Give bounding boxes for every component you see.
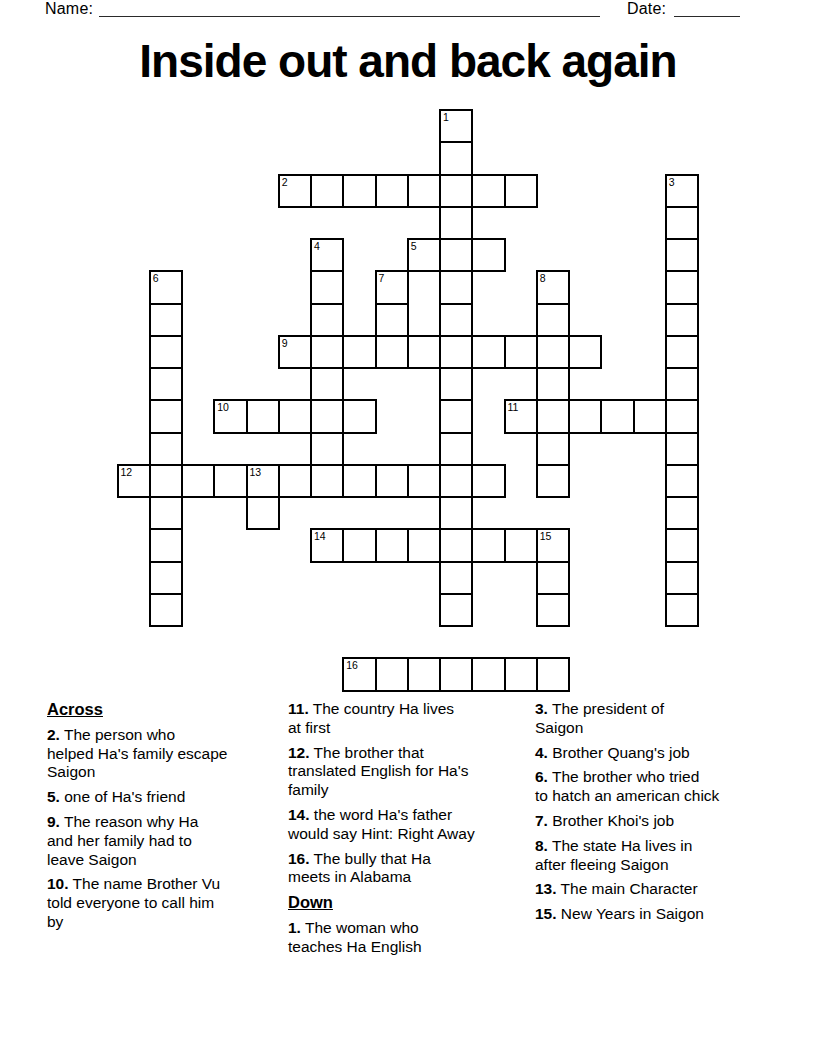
grid-cell-r17c9[interactable]	[407, 657, 441, 691]
grid-cell-r11c7[interactable]	[342, 464, 376, 498]
grid-cell-r13c9[interactable]	[407, 528, 441, 562]
clue-number-label: 10	[217, 401, 229, 413]
grid-cell-r3c17[interactable]	[665, 206, 699, 240]
crossword-grid: 12345678910111213141516	[117, 109, 699, 691]
clue-3: 3. The president ofSaigon	[535, 700, 783, 738]
grid-cell-r13c6[interactable]: 14	[310, 528, 344, 562]
grid-cell-r7c10[interactable]	[439, 335, 473, 369]
clue-number-label: 3	[669, 176, 675, 188]
clue-number: 9.	[47, 813, 60, 830]
clue-15: 15. New Years in Saigon	[535, 905, 783, 924]
grid-cell-r15c17[interactable]	[665, 593, 699, 627]
clue-number-label: 7	[379, 272, 385, 284]
clue-number: 3.	[535, 700, 548, 717]
grid-cell-r4c9[interactable]: 5	[407, 238, 441, 272]
grid-cell-r8c1[interactable]	[149, 367, 183, 401]
grid-cell-r8c10[interactable]	[439, 367, 473, 401]
grid-cell-r13c12[interactable]	[504, 528, 538, 562]
grid-cell-r15c10[interactable]	[439, 593, 473, 627]
grid-cell-r17c13[interactable]	[536, 657, 570, 691]
grid-cell-r10c1[interactable]	[149, 432, 183, 466]
grid-cell-r6c13[interactable]	[536, 303, 570, 337]
grid-cell-r2c11[interactable]	[471, 174, 505, 208]
clue-number: 4.	[535, 744, 548, 761]
clue-number: 10.	[47, 875, 69, 892]
grid-cell-r11c11[interactable]	[471, 464, 505, 498]
clue-number: 11.	[288, 700, 309, 717]
clue-number: 14.	[288, 806, 310, 823]
clue-number: 12.	[288, 744, 310, 761]
grid-cell-r7c11[interactable]	[471, 335, 505, 369]
clue-number-label: 9	[282, 337, 288, 349]
grid-cell-r13c17[interactable]	[665, 528, 699, 562]
clue-number: 5.	[47, 788, 60, 805]
grid-cell-r6c6[interactable]	[310, 303, 344, 337]
grid-cell-r12c10[interactable]	[439, 496, 473, 530]
clue-10: 10. The name Brother Vutold everyone to …	[47, 875, 289, 931]
clue-column-3: 3. The president ofSaigon4. Brother Quan…	[535, 700, 783, 930]
clue-14: 14. the word Ha's fatherwould say Hint: …	[288, 806, 531, 844]
grid-cell-r17c10[interactable]	[439, 657, 473, 691]
grid-cell-r15c13[interactable]	[536, 593, 570, 627]
grid-cell-r10c6[interactable]	[310, 432, 344, 466]
grid-cell-r17c11[interactable]	[471, 657, 505, 691]
grid-cell-r1c10[interactable]	[439, 141, 473, 175]
grid-cell-r4c6[interactable]: 4	[310, 238, 344, 272]
clue-number: 8.	[535, 837, 548, 854]
grid-cell-r6c17[interactable]	[665, 303, 699, 337]
grid-cell-r11c3[interactable]	[213, 464, 247, 498]
page-title: Inside out and back again	[0, 33, 816, 91]
grid-cell-r9c4[interactable]	[246, 399, 280, 433]
grid-cell-r4c17[interactable]	[665, 238, 699, 272]
grid-cell-r9c3[interactable]: 10	[213, 399, 247, 433]
clue-11: 11. The country Ha livesat first	[288, 700, 531, 738]
grid-cell-r8c17[interactable]	[665, 367, 699, 401]
grid-cell-r7c5[interactable]: 9	[278, 335, 312, 369]
grid-cell-r9c15[interactable]	[600, 399, 634, 433]
grid-cell-r11c5[interactable]	[278, 464, 312, 498]
clue-number: 15.	[535, 905, 557, 922]
grid-cell-r2c7[interactable]	[342, 174, 376, 208]
grid-cell-r11c17[interactable]	[665, 464, 699, 498]
grid-cell-r6c1[interactable]	[149, 303, 183, 337]
clue-number-label: 13	[250, 466, 262, 478]
clue-number-label: 15	[540, 530, 552, 542]
grid-cell-r11c0[interactable]: 12	[117, 464, 151, 498]
grid-cell-r13c1[interactable]	[149, 528, 183, 562]
grid-cell-r7c17[interactable]	[665, 335, 699, 369]
clue-column-1: Across2. The person whohelped Ha's famil…	[47, 700, 289, 938]
clue-number-label: 4	[314, 240, 320, 252]
clue-number: 1.	[288, 919, 301, 936]
grid-cell-r7c9[interactable]	[407, 335, 441, 369]
grid-cell-r7c6[interactable]	[310, 335, 344, 369]
grid-cell-r14c13[interactable]	[536, 561, 570, 595]
grid-cell-r11c1[interactable]	[149, 464, 183, 498]
grid-cell-r9c17[interactable]	[665, 399, 699, 433]
clue-number-label: 6	[153, 272, 159, 284]
grid-cell-r2c17[interactable]: 3	[665, 174, 699, 208]
clue-number-label: 2	[282, 176, 288, 188]
clue-column-2: 11. The country Ha livesat first12. The …	[288, 700, 531, 963]
clue-6: 6. The brother who triedto hatch an amer…	[535, 768, 783, 806]
grid-cell-r2c8[interactable]	[375, 174, 409, 208]
grid-cell-r0c10[interactable]: 1	[439, 109, 473, 143]
grid-cell-r9c7[interactable]	[342, 399, 376, 433]
grid-cell-r9c13[interactable]	[536, 399, 570, 433]
grid-cell-r5c1[interactable]: 6	[149, 270, 183, 304]
clue-16: 16. The bully that Hameets in Alabama	[288, 850, 531, 888]
clue-13: 13. The main Character	[535, 880, 783, 899]
clue-4: 4. Brother Quang's job	[535, 744, 783, 763]
grid-cell-r17c8[interactable]	[375, 657, 409, 691]
clue-number-label: 1	[443, 111, 449, 123]
clue-12: 12. The brother thattranslated English f…	[288, 744, 531, 800]
grid-cell-r4c11[interactable]	[471, 238, 505, 272]
clue-number: 16.	[288, 850, 310, 867]
grid-cell-r7c13[interactable]	[536, 335, 570, 369]
grid-cell-r9c6[interactable]	[310, 399, 344, 433]
grid-cell-r2c6[interactable]	[310, 174, 344, 208]
grid-cell-r7c12[interactable]	[504, 335, 538, 369]
grid-cell-r2c9[interactable]	[407, 174, 441, 208]
grid-cell-r5c10[interactable]	[439, 270, 473, 304]
clue-number: 2.	[47, 726, 60, 743]
grid-cell-r9c1[interactable]	[149, 399, 183, 433]
grid-cell-r3c10[interactable]	[439, 206, 473, 240]
grid-cell-r12c17[interactable]	[665, 496, 699, 530]
clue-1: 1. The woman whoteaches Ha English	[288, 919, 531, 957]
grid-cell-r8c13[interactable]	[536, 367, 570, 401]
grid-cell-r2c10[interactable]	[439, 174, 473, 208]
grid-cell-r14c1[interactable]	[149, 561, 183, 595]
grid-cell-r2c12[interactable]	[504, 174, 538, 208]
grid-cell-r12c4[interactable]	[246, 496, 280, 530]
grid-cell-r7c8[interactable]	[375, 335, 409, 369]
clue-number-label: 5	[411, 240, 417, 252]
clue-heading-down: Down	[288, 893, 531, 912]
grid-cell-r7c7[interactable]	[342, 335, 376, 369]
grid-cell-r13c11[interactable]	[471, 528, 505, 562]
grid-cell-r5c8[interactable]: 7	[375, 270, 409, 304]
clue-heading-across: Across	[47, 700, 289, 719]
grid-cell-r14c10[interactable]	[439, 561, 473, 595]
grid-cell-r13c13[interactable]: 15	[536, 528, 570, 562]
grid-cell-r7c14[interactable]	[568, 335, 602, 369]
grid-cell-r12c1[interactable]	[149, 496, 183, 530]
grid-cell-r17c12[interactable]	[504, 657, 538, 691]
grid-cell-r10c13[interactable]	[536, 432, 570, 466]
grid-cell-r5c13[interactable]: 8	[536, 270, 570, 304]
grid-cell-r13c7[interactable]	[342, 528, 376, 562]
grid-cell-r8c6[interactable]	[310, 367, 344, 401]
clue-number-label: 11	[508, 401, 519, 413]
grid-cell-r17c7[interactable]: 16	[342, 657, 376, 691]
clue-number: 7.	[535, 812, 548, 829]
grid-cell-r11c8[interactable]	[375, 464, 409, 498]
grid-cell-r11c4[interactable]: 13	[246, 464, 280, 498]
grid-cell-r11c6[interactable]	[310, 464, 344, 498]
grid-cell-r10c17[interactable]	[665, 432, 699, 466]
grid-cell-r13c8[interactable]	[375, 528, 409, 562]
clue-5: 5. one of Ha's friend	[47, 788, 289, 807]
grid-cell-r6c10[interactable]	[439, 303, 473, 337]
clue-2: 2. The person whohelped Ha's family esca…	[47, 726, 289, 782]
grid-cell-r13c10[interactable]	[439, 528, 473, 562]
grid-cell-r11c2[interactable]	[181, 464, 215, 498]
clue-number-label: 16	[346, 659, 358, 671]
grid-cell-r14c17[interactable]	[665, 561, 699, 595]
grid-cell-r11c9[interactable]	[407, 464, 441, 498]
grid-cell-r5c6[interactable]	[310, 270, 344, 304]
clue-number-label: 12	[121, 466, 133, 478]
grid-cell-r9c5[interactable]	[278, 399, 312, 433]
grid-cell-r9c12[interactable]: 11	[504, 399, 538, 433]
grid-cell-r6c8[interactable]	[375, 303, 409, 337]
grid-cell-r9c14[interactable]	[568, 399, 602, 433]
clue-8: 8. The state Ha lives inafter fleeing Sa…	[535, 837, 783, 875]
grid-cell-r10c10[interactable]	[439, 432, 473, 466]
clue-number: 6.	[535, 768, 548, 785]
clue-number-label: 14	[314, 530, 326, 542]
grid-cell-r9c16[interactable]	[633, 399, 667, 433]
clue-number-label: 8	[540, 272, 546, 284]
worksheet-page: Name: Date: Inside out and back again 12…	[0, 0, 816, 1056]
grid-cell-r11c13[interactable]	[536, 464, 570, 498]
date-input-line[interactable]	[674, 1, 740, 17]
clue-9: 9. The reason why Haand her family had t…	[47, 813, 289, 869]
name-input-line[interactable]	[99, 1, 600, 17]
clue-7: 7. Brother Khoi's job	[535, 812, 783, 831]
grid-cell-r7c1[interactable]	[149, 335, 183, 369]
grid-cell-r5c17[interactable]	[665, 270, 699, 304]
grid-cell-r2c5[interactable]: 2	[278, 174, 312, 208]
grid-cell-r15c1[interactable]	[149, 593, 183, 627]
clue-number: 13.	[535, 880, 557, 897]
name-label: Name:	[45, 0, 93, 18]
date-label: Date:	[627, 0, 666, 18]
grid-cell-r9c10[interactable]	[439, 399, 473, 433]
grid-cell-r4c10[interactable]	[439, 238, 473, 272]
grid-cell-r11c10[interactable]	[439, 464, 473, 498]
